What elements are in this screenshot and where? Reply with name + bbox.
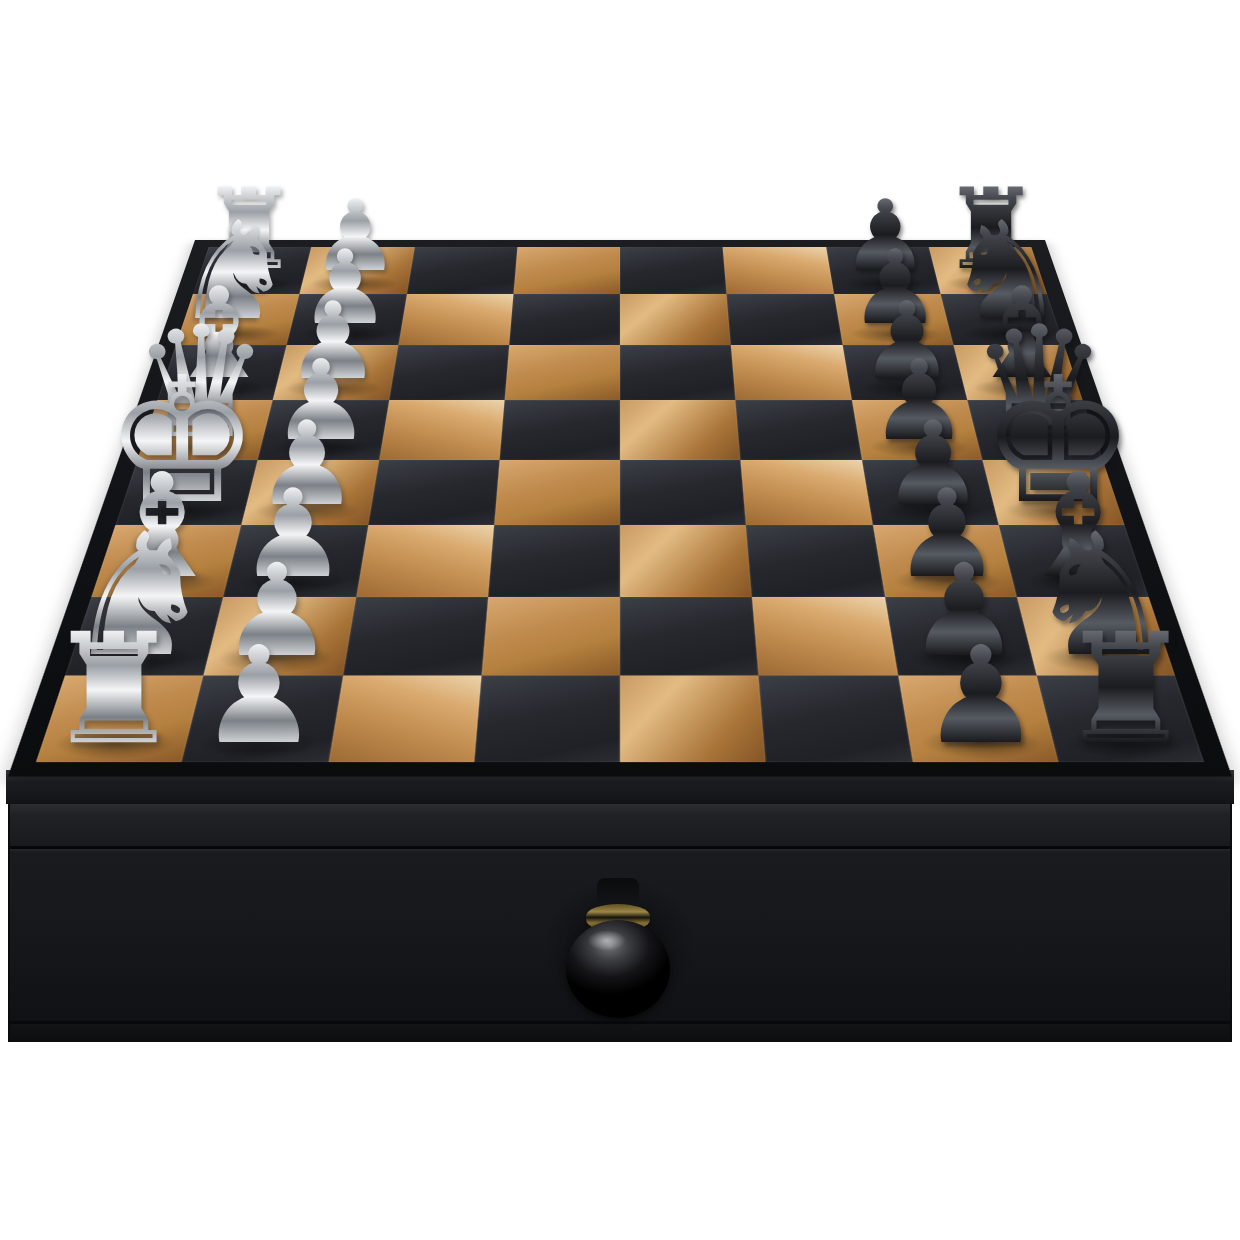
- square-g8: [1016, 597, 1175, 676]
- square-f3: [356, 525, 494, 596]
- piece-shadow: [194, 727, 322, 759]
- square-g7: [884, 597, 1036, 676]
- piece-shadow: [857, 378, 958, 398]
- square-e5: [620, 460, 746, 525]
- square-e6: [741, 460, 873, 525]
- square-d7: [851, 400, 982, 460]
- piece-shadow: [1002, 499, 1114, 523]
- square-f7: [872, 525, 1016, 596]
- piece-shadow: [215, 644, 336, 673]
- square-h2: [182, 675, 343, 762]
- square-d1: [137, 400, 273, 460]
- piece-shadow: [986, 436, 1093, 458]
- piece-shadow: [903, 644, 1024, 673]
- square-b4: [509, 294, 620, 345]
- piece-shadow: [283, 378, 384, 398]
- square-a2: [300, 247, 415, 294]
- square-h7: [898, 675, 1059, 762]
- square-d4: [499, 400, 620, 460]
- square-c3: [389, 345, 509, 400]
- square-g6: [752, 597, 897, 676]
- chess-board: [8, 240, 1232, 777]
- square-f4: [488, 525, 620, 596]
- piece-shadow: [944, 275, 1038, 292]
- square-g3: [342, 597, 487, 676]
- square-e4: [494, 460, 620, 525]
- square-d8: [967, 400, 1103, 460]
- piece-shadow: [268, 436, 373, 458]
- piece-shadow: [957, 325, 1055, 344]
- square-f5: [620, 525, 752, 596]
- square-b5: [620, 294, 731, 345]
- square-b6: [727, 294, 842, 345]
- product-photo-chess-set: ♜♞♝♛♚♝♞♜♟♟♟♟♟♟♟♟♟♟♟♟♟♟♟♟♜♞♝♛♚♝♞♜: [0, 0, 1240, 1240]
- square-e3: [368, 460, 500, 525]
- square-g2: [204, 597, 356, 676]
- square-h6: [759, 675, 912, 762]
- piece-shadow: [1039, 644, 1163, 673]
- square-a4: [513, 247, 620, 294]
- piece-shadow: [48, 727, 179, 759]
- square-d2: [258, 400, 389, 460]
- square-a5: [620, 247, 727, 294]
- square-c7: [842, 345, 967, 400]
- piece-shadow: [1061, 727, 1192, 759]
- piece-shadow: [296, 325, 392, 344]
- piece-shadow: [77, 644, 201, 673]
- square-f2: [224, 525, 368, 596]
- piece-shadow: [867, 436, 972, 458]
- piece-shadow: [185, 325, 283, 344]
- knob-ball: [566, 920, 670, 1018]
- piece-shadow: [918, 727, 1046, 759]
- square-g5: [620, 597, 759, 676]
- square-a1: [193, 247, 312, 294]
- square-a3: [406, 247, 517, 294]
- square-h1: [36, 675, 204, 762]
- piece-shadow: [839, 275, 932, 292]
- square-d3: [379, 400, 505, 460]
- square-c1: [157, 345, 287, 400]
- square-f8: [998, 525, 1148, 596]
- piece-shadow: [309, 275, 402, 292]
- square-a6: [723, 247, 834, 294]
- square-e2: [242, 460, 379, 525]
- square-d5: [620, 400, 741, 460]
- piece-shadow: [235, 568, 350, 594]
- square-b3: [398, 294, 513, 345]
- square-b2: [287, 294, 407, 345]
- square-b7: [834, 294, 954, 345]
- square-d6: [736, 400, 862, 460]
- piece-shadow: [847, 325, 943, 344]
- piece-shadow: [878, 499, 988, 523]
- piece-shadow: [126, 499, 238, 523]
- square-f6: [746, 525, 884, 596]
- piece-shadow: [202, 275, 296, 292]
- square-h8: [1036, 675, 1204, 762]
- square-h3: [328, 675, 481, 762]
- square-f1: [91, 525, 241, 596]
- square-g1: [65, 597, 224, 676]
- square-c4: [504, 345, 620, 400]
- drawer-knob: [566, 878, 670, 1020]
- square-c6: [731, 345, 851, 400]
- square-c8: [953, 345, 1083, 400]
- square-g4: [481, 597, 620, 676]
- square-h5: [620, 675, 766, 762]
- piece-shadow: [167, 378, 269, 398]
- square-a8: [929, 247, 1048, 294]
- piece-shadow: [147, 436, 254, 458]
- square-e1: [115, 460, 258, 525]
- piece-shadow: [103, 568, 221, 594]
- square-b8: [940, 294, 1064, 345]
- square-e8: [982, 460, 1125, 525]
- square-b1: [176, 294, 300, 345]
- square-a7: [826, 247, 941, 294]
- square-e7: [861, 460, 998, 525]
- case-base-edge: [10, 1024, 1230, 1042]
- square-c5: [620, 345, 736, 400]
- square-c2: [273, 345, 398, 400]
- piece-shadow: [971, 378, 1073, 398]
- piece-shadow: [890, 568, 1005, 594]
- piece-shadow: [252, 499, 362, 523]
- square-h4: [474, 675, 620, 762]
- piece-shadow: [1020, 568, 1138, 594]
